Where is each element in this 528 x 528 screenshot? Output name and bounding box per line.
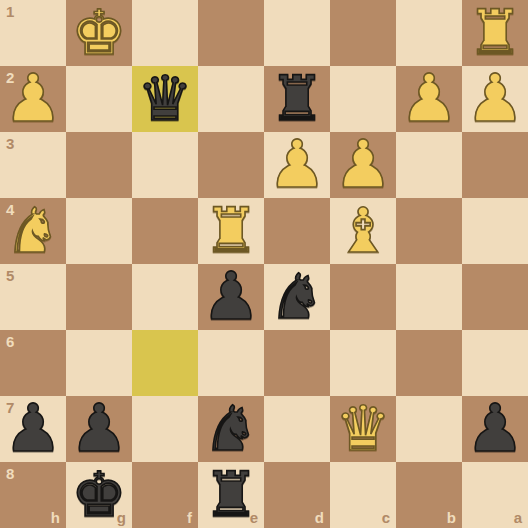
- square-c1[interactable]: [330, 0, 396, 66]
- file-label-b: b: [447, 509, 456, 526]
- square-a3[interactable]: [462, 132, 528, 198]
- square-h4[interactable]: 4♞: [0, 198, 66, 264]
- white-king-piece[interactable]: ♚: [71, 0, 127, 66]
- black-rook-piece[interactable]: ♜: [203, 462, 259, 528]
- square-g4[interactable]: [66, 198, 132, 264]
- square-g7[interactable]: ♟: [66, 396, 132, 462]
- square-f6[interactable]: [132, 330, 198, 396]
- rank-label-5: 5: [6, 267, 14, 284]
- square-e2[interactable]: [198, 66, 264, 132]
- white-pawn-piece[interactable]: ♟: [465, 66, 524, 132]
- black-pawn-piece[interactable]: ♟: [3, 396, 62, 462]
- square-e3[interactable]: [198, 132, 264, 198]
- square-c5[interactable]: [330, 264, 396, 330]
- square-a7[interactable]: ♟: [462, 396, 528, 462]
- square-c7[interactable]: ♛: [330, 396, 396, 462]
- square-g8[interactable]: g♚: [66, 462, 132, 528]
- file-label-a: a: [514, 509, 522, 526]
- file-label-d: d: [315, 509, 324, 526]
- black-pawn-piece[interactable]: ♟: [465, 396, 524, 462]
- square-c6[interactable]: [330, 330, 396, 396]
- square-b5[interactable]: [396, 264, 462, 330]
- white-rook-piece[interactable]: ♜: [203, 198, 259, 264]
- square-e7[interactable]: ♞: [198, 396, 264, 462]
- square-f5[interactable]: [132, 264, 198, 330]
- black-pawn-piece[interactable]: ♟: [69, 396, 128, 462]
- rank-label-6: 6: [6, 333, 14, 350]
- black-queen-piece[interactable]: ♛: [137, 66, 193, 132]
- file-label-f: f: [187, 509, 192, 526]
- square-h7[interactable]: 7♟: [0, 396, 66, 462]
- square-f2[interactable]: ♛: [132, 66, 198, 132]
- square-b6[interactable]: [396, 330, 462, 396]
- square-e8[interactable]: e♜: [198, 462, 264, 528]
- square-f1[interactable]: [132, 0, 198, 66]
- square-b2[interactable]: ♟: [396, 66, 462, 132]
- black-king-piece[interactable]: ♚: [71, 462, 127, 528]
- square-b8[interactable]: b: [396, 462, 462, 528]
- white-pawn-piece[interactable]: ♟: [333, 132, 392, 198]
- square-d5[interactable]: ♞: [264, 264, 330, 330]
- square-f4[interactable]: [132, 198, 198, 264]
- square-c4[interactable]: ♝: [330, 198, 396, 264]
- square-g3[interactable]: [66, 132, 132, 198]
- black-pawn-piece[interactable]: ♟: [201, 264, 260, 330]
- square-b7[interactable]: [396, 396, 462, 462]
- square-g6[interactable]: [66, 330, 132, 396]
- white-bishop-piece[interactable]: ♝: [335, 198, 391, 264]
- white-rook-piece[interactable]: ♜: [467, 0, 523, 66]
- file-label-c: c: [382, 509, 390, 526]
- square-a4[interactable]: [462, 198, 528, 264]
- square-e6[interactable]: [198, 330, 264, 396]
- square-f8[interactable]: f: [132, 462, 198, 528]
- square-e4[interactable]: ♜: [198, 198, 264, 264]
- square-f3[interactable]: [132, 132, 198, 198]
- square-d6[interactable]: [264, 330, 330, 396]
- square-h1[interactable]: 1: [0, 0, 66, 66]
- square-a8[interactable]: a: [462, 462, 528, 528]
- white-pawn-piece[interactable]: ♟: [3, 66, 62, 132]
- square-e1[interactable]: [198, 0, 264, 66]
- square-g2[interactable]: [66, 66, 132, 132]
- square-d8[interactable]: d: [264, 462, 330, 528]
- square-b1[interactable]: [396, 0, 462, 66]
- square-d4[interactable]: [264, 198, 330, 264]
- rank-label-3: 3: [6, 135, 14, 152]
- rank-label-1: 1: [6, 3, 14, 20]
- square-b4[interactable]: [396, 198, 462, 264]
- square-h5[interactable]: 5: [0, 264, 66, 330]
- square-c8[interactable]: c: [330, 462, 396, 528]
- square-h3[interactable]: 3: [0, 132, 66, 198]
- rank-label-8: 8: [6, 465, 14, 482]
- square-e5[interactable]: ♟: [198, 264, 264, 330]
- white-queen-piece[interactable]: ♛: [335, 396, 391, 462]
- square-g5[interactable]: [66, 264, 132, 330]
- square-g1[interactable]: ♚: [66, 0, 132, 66]
- square-h8[interactable]: 8h: [0, 462, 66, 528]
- square-b3[interactable]: [396, 132, 462, 198]
- square-f7[interactable]: [132, 396, 198, 462]
- square-a5[interactable]: [462, 264, 528, 330]
- square-a6[interactable]: [462, 330, 528, 396]
- white-pawn-piece[interactable]: ♟: [267, 132, 326, 198]
- square-a1[interactable]: ♜: [462, 0, 528, 66]
- chess-board: 1♚♜2♟♛♜♟♟3♟♟4♞♜♝5♟♞67♟♟♞♛♟8hg♚fe♜dcba: [0, 0, 528, 528]
- black-knight-piece[interactable]: ♞: [269, 264, 325, 330]
- square-d2[interactable]: ♜: [264, 66, 330, 132]
- white-knight-piece[interactable]: ♞: [5, 198, 61, 264]
- square-a2[interactable]: ♟: [462, 66, 528, 132]
- square-d7[interactable]: [264, 396, 330, 462]
- square-c2[interactable]: [330, 66, 396, 132]
- square-h2[interactable]: 2♟: [0, 66, 66, 132]
- black-rook-piece[interactable]: ♜: [269, 66, 325, 132]
- black-knight-piece[interactable]: ♞: [203, 396, 259, 462]
- square-c3[interactable]: ♟: [330, 132, 396, 198]
- square-d1[interactable]: [264, 0, 330, 66]
- square-h6[interactable]: 6: [0, 330, 66, 396]
- square-d3[interactable]: ♟: [264, 132, 330, 198]
- file-label-h: h: [51, 509, 60, 526]
- white-pawn-piece[interactable]: ♟: [399, 66, 458, 132]
